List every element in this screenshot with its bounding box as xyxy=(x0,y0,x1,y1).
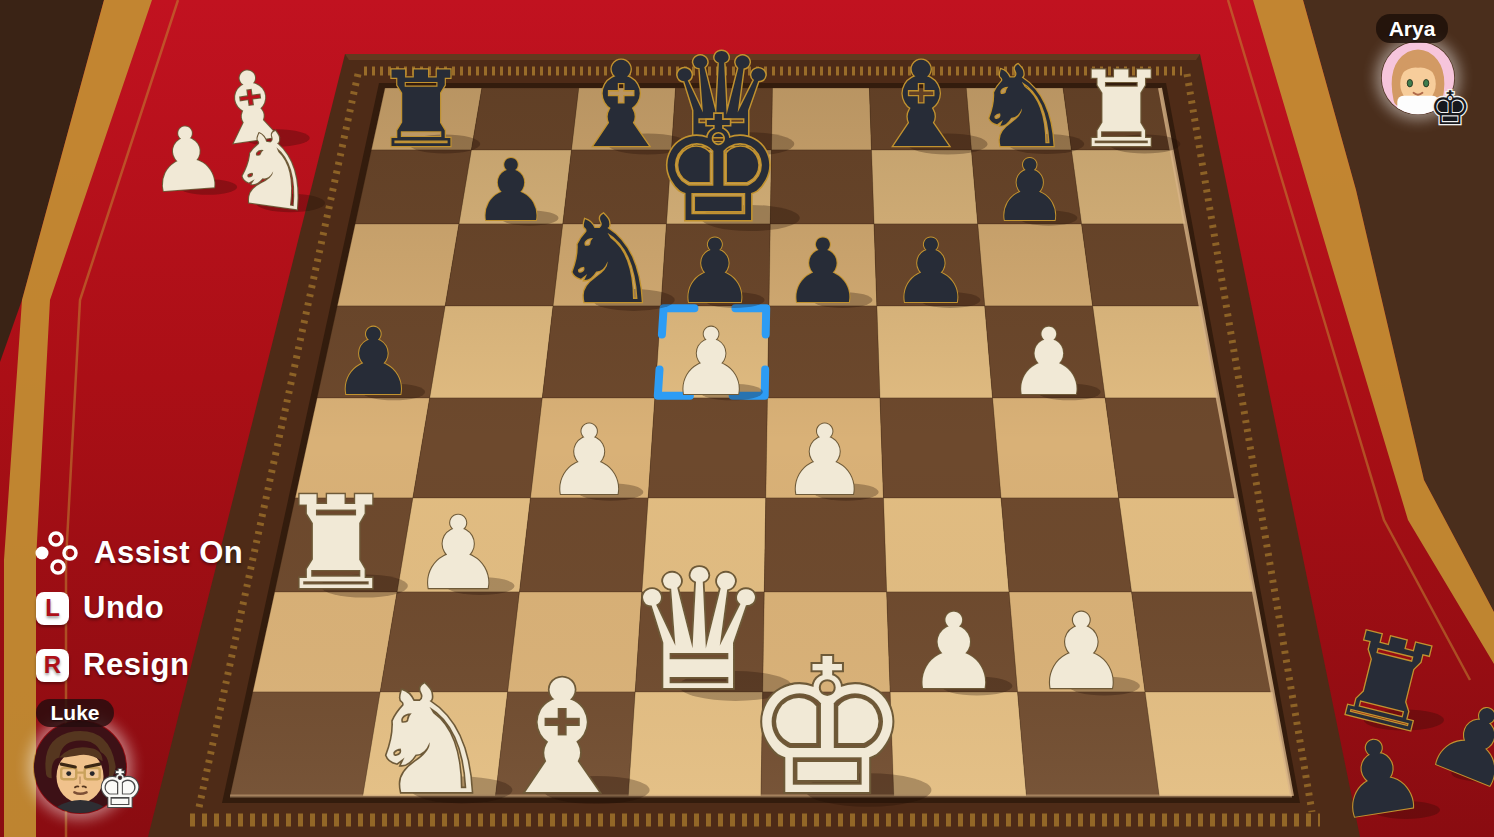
svg-text:♟: ♟ xyxy=(992,141,1068,240)
square-a6[interactable] xyxy=(337,224,459,306)
black-king-side-icon: ♚ xyxy=(1426,76,1474,134)
svg-text:♟: ♟ xyxy=(670,308,753,416)
square-h4[interactable] xyxy=(1105,398,1236,498)
piece-black-n-c6[interactable]: ♞ xyxy=(553,190,675,331)
square-h5[interactable] xyxy=(1093,306,1218,398)
piece-black-p-a5[interactable]: ♟ xyxy=(332,308,425,416)
svg-text:♚: ♚ xyxy=(744,619,911,836)
svg-text:♞: ♞ xyxy=(219,105,326,236)
svg-text:♟: ♟ xyxy=(1035,591,1129,713)
piece-white-r-a3[interactable]: ♜ xyxy=(278,469,408,618)
square-h6[interactable] xyxy=(1082,224,1201,306)
square-h3[interactable] xyxy=(1119,498,1254,592)
r-button-badge[interactable]: R xyxy=(36,649,69,682)
chessboard-scene: ♜♝♛♝♞♜♟♚♟♞♟♟♟♟♟♟♟♟♜♟♛♟♟♞♝♚♝♞♟♜♟♟ xyxy=(0,0,1494,837)
svg-text:♟: ♟ xyxy=(473,141,549,240)
svg-text:♚: ♚ xyxy=(1429,81,1470,134)
svg-text:♞: ♞ xyxy=(553,190,661,331)
svg-text:♟: ♟ xyxy=(891,220,970,323)
undo-control[interactable]: L Undo xyxy=(36,590,164,626)
piece-black-p-e6[interactable]: ♟ xyxy=(783,220,872,323)
square-g3[interactable] xyxy=(1001,498,1132,592)
game-screen: ♜♝♛♝♞♜♟♚♟♞♟♟♟♟♟♟♟♟♜♟♛♟♟♞♝♚♝♞♟♜♟♟ Assist … xyxy=(0,0,1494,837)
svg-text:♟: ♟ xyxy=(413,495,503,612)
player-name-luke: Luke xyxy=(36,699,114,727)
svg-text:♟: ♟ xyxy=(907,591,1001,713)
resign-control[interactable]: R Resign xyxy=(36,647,189,683)
square-f3[interactable] xyxy=(884,498,1010,592)
svg-text:♝: ♝ xyxy=(869,36,975,174)
svg-text:♝: ♝ xyxy=(492,647,632,829)
piece-white-b-c1[interactable]: ♝ xyxy=(492,647,650,829)
l-button-badge[interactable]: L xyxy=(36,592,69,625)
piece-black-r-a8[interactable]: ♜ xyxy=(374,49,480,171)
piece-white-p-e4[interactable]: ♟ xyxy=(781,404,878,517)
piece-white-p-f2[interactable]: ♟ xyxy=(907,591,1012,713)
undo-label: Undo xyxy=(83,590,164,626)
piece-black-p-f6[interactable]: ♟ xyxy=(891,220,980,323)
piece-white-r-h8[interactable]: ♜ xyxy=(1074,49,1180,171)
white-king-side-icon: ♚ xyxy=(94,752,146,818)
svg-text:♟: ♟ xyxy=(145,107,229,212)
square-a1[interactable] xyxy=(230,692,380,796)
player-name-arya: Arya xyxy=(1376,14,1448,43)
svg-text:♟: ♟ xyxy=(783,220,862,323)
square-h2[interactable] xyxy=(1132,592,1273,692)
piece-white-p-d5[interactable]: ♟ xyxy=(670,308,763,416)
svg-text:♜: ♜ xyxy=(1074,49,1168,171)
svg-text:♞: ♞ xyxy=(362,654,495,827)
piece-white-p-b3[interactable]: ♟ xyxy=(413,495,514,612)
piece-black-p-b7[interactable]: ♟ xyxy=(473,141,559,240)
piece-white-p-g2[interactable]: ♟ xyxy=(1035,591,1140,713)
svg-text:♟: ♟ xyxy=(1008,308,1091,416)
piece-black-b-f8[interactable]: ♝ xyxy=(869,36,988,174)
svg-text:♚: ♚ xyxy=(97,759,144,818)
square-f4[interactable] xyxy=(880,398,1001,498)
square-b4[interactable] xyxy=(413,398,542,498)
svg-text:♜: ♜ xyxy=(374,49,468,171)
svg-text:♟: ♟ xyxy=(332,308,415,416)
captured-white-n-1[interactable]: ♞ xyxy=(219,105,326,236)
square-h1[interactable] xyxy=(1145,692,1292,796)
piece-white-p-c4[interactable]: ♟ xyxy=(546,404,643,517)
piece-white-n-b1[interactable]: ♞ xyxy=(362,654,512,827)
resign-label: Resign xyxy=(83,647,189,683)
piece-black-p-g7[interactable]: ♟ xyxy=(992,141,1078,240)
svg-text:♜: ♜ xyxy=(278,469,393,618)
piece-white-p-g5[interactable]: ♟ xyxy=(1008,308,1101,416)
square-b5[interactable] xyxy=(430,306,553,398)
piece-white-k-e1[interactable]: ♚ xyxy=(744,619,931,836)
svg-text:♟: ♟ xyxy=(546,404,632,517)
svg-text:♟: ♟ xyxy=(781,404,867,517)
